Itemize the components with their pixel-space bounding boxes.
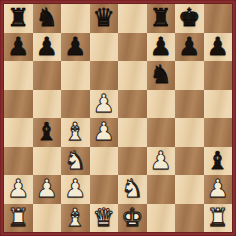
square-g2[interactable] (175, 175, 204, 204)
square-d6[interactable] (90, 61, 119, 90)
square-g6[interactable] (175, 61, 204, 90)
square-c2[interactable]: ♟ (61, 175, 90, 204)
piece-white-pawn[interactable]: ♟ (93, 91, 115, 117)
square-a3[interactable] (4, 147, 33, 176)
square-e3[interactable] (118, 147, 147, 176)
square-b3[interactable] (33, 147, 62, 176)
piece-white-pawn[interactable]: ♟ (64, 176, 86, 202)
piece-black-pawn[interactable]: ♟ (64, 34, 86, 60)
square-h7[interactable]: ♟ (204, 33, 233, 62)
square-g7[interactable]: ♟ (175, 33, 204, 62)
piece-black-knight[interactable]: ♞ (36, 5, 58, 31)
square-a1[interactable]: ♜ (4, 204, 33, 233)
square-b2[interactable]: ♟ (33, 175, 62, 204)
piece-white-rook[interactable]: ♜ (207, 205, 229, 231)
square-b4[interactable]: ♝ (33, 118, 62, 147)
piece-black-pawn[interactable]: ♟ (150, 34, 172, 60)
square-g4[interactable] (175, 118, 204, 147)
piece-black-rook[interactable]: ♜ (7, 5, 29, 31)
piece-black-pawn[interactable]: ♟ (207, 34, 229, 60)
piece-white-king[interactable]: ♚ (121, 205, 143, 231)
piece-white-pawn[interactable]: ♟ (93, 119, 115, 145)
square-e7[interactable] (118, 33, 147, 62)
square-c4[interactable]: ♝ (61, 118, 90, 147)
piece-black-pawn[interactable]: ♟ (36, 34, 58, 60)
chess-board-frame: ♜♞♛♜♚♟♟♟♟♟♟♞♟♝♝♟♞♟♝♟♟♟♞♟♜♝♛♚♜ (0, 0, 236, 236)
square-d7[interactable] (90, 33, 119, 62)
piece-black-king[interactable]: ♚ (178, 5, 200, 31)
square-c5[interactable] (61, 90, 90, 119)
piece-white-pawn[interactable]: ♟ (150, 148, 172, 174)
square-e1[interactable]: ♚ (118, 204, 147, 233)
square-b5[interactable] (33, 90, 62, 119)
square-d1[interactable]: ♛ (90, 204, 119, 233)
square-f6[interactable]: ♞ (147, 61, 176, 90)
square-h4[interactable] (204, 118, 233, 147)
square-h5[interactable] (204, 90, 233, 119)
square-e4[interactable] (118, 118, 147, 147)
square-b1[interactable] (33, 204, 62, 233)
piece-white-knight[interactable]: ♞ (64, 148, 86, 174)
piece-black-rook[interactable]: ♜ (150, 5, 172, 31)
piece-white-rook[interactable]: ♜ (7, 205, 29, 231)
square-c7[interactable]: ♟ (61, 33, 90, 62)
square-a4[interactable] (4, 118, 33, 147)
piece-black-pawn[interactable]: ♟ (178, 34, 200, 60)
piece-black-pawn[interactable]: ♟ (7, 34, 29, 60)
square-h2[interactable]: ♟ (204, 175, 233, 204)
square-e2[interactable]: ♞ (118, 175, 147, 204)
square-d4[interactable]: ♟ (90, 118, 119, 147)
square-a7[interactable]: ♟ (4, 33, 33, 62)
piece-white-knight[interactable]: ♞ (121, 176, 143, 202)
square-d2[interactable] (90, 175, 119, 204)
square-f7[interactable]: ♟ (147, 33, 176, 62)
piece-white-pawn[interactable]: ♟ (7, 176, 29, 202)
square-b8[interactable]: ♞ (33, 4, 62, 33)
chess-board: ♜♞♛♜♚♟♟♟♟♟♟♞♟♝♝♟♞♟♝♟♟♟♞♟♜♝♛♚♜ (4, 4, 232, 232)
square-a2[interactable]: ♟ (4, 175, 33, 204)
square-g3[interactable] (175, 147, 204, 176)
square-d5[interactable]: ♟ (90, 90, 119, 119)
square-f5[interactable] (147, 90, 176, 119)
piece-black-knight[interactable]: ♞ (150, 62, 172, 88)
square-h1[interactable]: ♜ (204, 204, 233, 233)
square-f1[interactable] (147, 204, 176, 233)
square-h3[interactable]: ♝ (204, 147, 233, 176)
square-d3[interactable] (90, 147, 119, 176)
square-c3[interactable]: ♞ (61, 147, 90, 176)
square-e8[interactable] (118, 4, 147, 33)
piece-black-bishop[interactable]: ♝ (36, 119, 58, 145)
square-f4[interactable] (147, 118, 176, 147)
square-b7[interactable]: ♟ (33, 33, 62, 62)
piece-white-pawn[interactable]: ♟ (207, 176, 229, 202)
square-c6[interactable] (61, 61, 90, 90)
square-g5[interactable] (175, 90, 204, 119)
square-h6[interactable] (204, 61, 233, 90)
piece-white-queen[interactable]: ♛ (93, 205, 115, 231)
square-a5[interactable] (4, 90, 33, 119)
square-a8[interactable]: ♜ (4, 4, 33, 33)
square-d8[interactable]: ♛ (90, 4, 119, 33)
piece-black-bishop[interactable]: ♝ (207, 148, 229, 174)
square-c8[interactable] (61, 4, 90, 33)
piece-white-bishop[interactable]: ♝ (64, 119, 86, 145)
square-g1[interactable] (175, 204, 204, 233)
piece-white-bishop[interactable]: ♝ (64, 205, 86, 231)
square-h8[interactable] (204, 4, 233, 33)
square-f8[interactable]: ♜ (147, 4, 176, 33)
square-b6[interactable] (33, 61, 62, 90)
piece-black-queen[interactable]: ♛ (93, 5, 115, 31)
piece-white-pawn[interactable]: ♟ (36, 176, 58, 202)
square-f3[interactable]: ♟ (147, 147, 176, 176)
square-c1[interactable]: ♝ (61, 204, 90, 233)
square-e6[interactable] (118, 61, 147, 90)
square-e5[interactable] (118, 90, 147, 119)
square-g8[interactable]: ♚ (175, 4, 204, 33)
square-f2[interactable] (147, 175, 176, 204)
square-a6[interactable] (4, 61, 33, 90)
